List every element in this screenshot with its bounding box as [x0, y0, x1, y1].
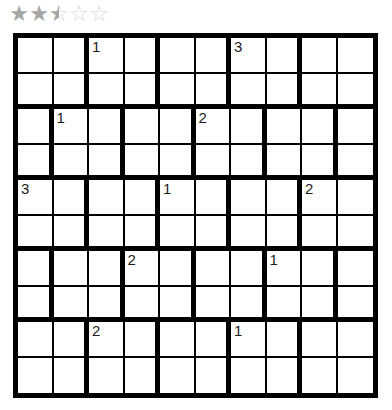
cell-r9c5[interactable] [160, 322, 196, 358]
cell-r10c5[interactable] [160, 358, 196, 394]
empty-star-icon: ☆ [89, 1, 109, 27]
cell-r9c6[interactable] [196, 322, 232, 358]
cell-r3c7[interactable] [231, 109, 267, 145]
cell-r7c9[interactable] [302, 251, 338, 287]
cell-r10c4[interactable] [125, 358, 161, 394]
cell-r1c2[interactable] [54, 38, 90, 74]
cell-r4c5[interactable] [160, 145, 196, 181]
cell-r9c10[interactable] [338, 322, 374, 358]
cell-r8c9[interactable] [302, 287, 338, 323]
cell-r9c3[interactable]: 2 [89, 322, 125, 358]
cell-r5c8[interactable] [267, 180, 303, 216]
cell-r5c5[interactable]: 1 [160, 180, 196, 216]
cell-r8c10[interactable] [338, 287, 374, 323]
cell-r8c1[interactable] [18, 287, 54, 323]
cell-r10c6[interactable] [196, 358, 232, 394]
cell-r9c9[interactable] [302, 322, 338, 358]
half-star-icon: ☆★ [49, 1, 69, 27]
cell-r10c8[interactable] [267, 358, 303, 394]
cell-r5c4[interactable] [125, 180, 161, 216]
cell-r5c1[interactable]: 3 [18, 180, 54, 216]
cell-r1c9[interactable] [302, 38, 338, 74]
cell-r2c10[interactable] [338, 74, 374, 110]
region-clue: 1 [270, 251, 278, 269]
cell-r6c9[interactable] [302, 216, 338, 252]
cell-r5c6[interactable] [196, 180, 232, 216]
cell-r5c3[interactable] [89, 180, 125, 216]
region-clue: 1 [163, 180, 171, 198]
cell-r10c2[interactable] [54, 358, 90, 394]
cell-r8c4[interactable] [125, 287, 161, 323]
cell-r4c2[interactable] [54, 145, 90, 181]
region-clue: 2 [92, 322, 100, 340]
cell-r2c7[interactable] [231, 74, 267, 110]
cell-r2c1[interactable] [18, 74, 54, 110]
filled-star-icon: ★ [9, 1, 29, 27]
cell-r3c4[interactable] [125, 109, 161, 145]
cell-r10c7[interactable] [231, 358, 267, 394]
cell-r3c8[interactable] [267, 109, 303, 145]
cell-r1c10[interactable] [338, 38, 374, 74]
cell-r5c2[interactable] [54, 180, 90, 216]
cell-r4c4[interactable] [125, 145, 161, 181]
difficulty-rating: ★★☆★☆☆ [9, 1, 109, 29]
cell-r2c4[interactable] [125, 74, 161, 110]
puzzle-grid: 13123122121 [13, 33, 378, 398]
cell-r3c9[interactable] [302, 109, 338, 145]
cell-r7c6[interactable] [196, 251, 232, 287]
cell-r1c6[interactable] [196, 38, 232, 74]
cell-r8c8[interactable] [267, 287, 303, 323]
cell-r9c8[interactable] [267, 322, 303, 358]
cell-r1c5[interactable] [160, 38, 196, 74]
cell-r1c7[interactable]: 3 [231, 38, 267, 74]
cell-r1c3[interactable]: 1 [89, 38, 125, 74]
cell-r4c9[interactable] [302, 145, 338, 181]
cell-r7c10[interactable] [338, 251, 374, 287]
cell-r2c3[interactable] [89, 74, 125, 110]
cell-r9c7[interactable]: 1 [231, 322, 267, 358]
cell-r7c5[interactable] [160, 251, 196, 287]
cell-r6c7[interactable] [231, 216, 267, 252]
cell-r10c1[interactable] [18, 358, 54, 394]
cell-r2c2[interactable] [54, 74, 90, 110]
cell-r3c10[interactable] [338, 109, 374, 145]
cell-r2c9[interactable] [302, 74, 338, 110]
cell-r4c6[interactable] [196, 145, 232, 181]
cell-r6c2[interactable] [54, 216, 90, 252]
cell-r5c9[interactable]: 2 [302, 180, 338, 216]
region-clue: 3 [234, 38, 242, 56]
cell-r8c3[interactable] [89, 287, 125, 323]
cell-r5c10[interactable] [338, 180, 374, 216]
cell-r7c7[interactable] [231, 251, 267, 287]
cell-r7c3[interactable] [89, 251, 125, 287]
cell-r4c10[interactable] [338, 145, 374, 181]
cell-r10c9[interactable] [302, 358, 338, 394]
region-clue: 2 [305, 180, 313, 198]
cell-r7c1[interactable] [18, 251, 54, 287]
cell-r1c4[interactable] [125, 38, 161, 74]
cell-r9c2[interactable] [54, 322, 90, 358]
region-clue: 1 [57, 109, 65, 127]
cell-r8c5[interactable] [160, 287, 196, 323]
cell-r8c2[interactable] [54, 287, 90, 323]
puzzle-page: ★★☆★☆☆ 13123122121 [0, 0, 392, 410]
cell-r3c1[interactable] [18, 109, 54, 145]
cell-r4c8[interactable] [267, 145, 303, 181]
cell-r6c6[interactable] [196, 216, 232, 252]
cell-r2c8[interactable] [267, 74, 303, 110]
cell-r5c7[interactable] [231, 180, 267, 216]
cell-r3c6[interactable]: 2 [196, 109, 232, 145]
cell-r1c8[interactable] [267, 38, 303, 74]
filled-star-icon: ★ [29, 1, 49, 27]
cell-r6c1[interactable] [18, 216, 54, 252]
cell-r3c2[interactable]: 1 [54, 109, 90, 145]
cell-r10c3[interactable] [89, 358, 125, 394]
cell-r7c8[interactable]: 1 [267, 251, 303, 287]
cell-r10c10[interactable] [338, 358, 374, 394]
cell-r1c1[interactable] [18, 38, 54, 74]
cell-r2c6[interactable] [196, 74, 232, 110]
region-clue: 1 [234, 322, 242, 340]
empty-star-icon: ☆ [69, 1, 89, 27]
cell-r6c10[interactable] [338, 216, 374, 252]
cell-r4c1[interactable] [18, 145, 54, 181]
region-clue: 3 [21, 180, 29, 198]
cell-r2c5[interactable] [160, 74, 196, 110]
cell-r6c8[interactable] [267, 216, 303, 252]
cell-r9c4[interactable] [125, 322, 161, 358]
region-clue: 2 [128, 251, 136, 269]
cell-r8c6[interactable] [196, 287, 232, 323]
cell-r6c3[interactable] [89, 216, 125, 252]
cell-r6c4[interactable] [125, 216, 161, 252]
cell-r3c3[interactable] [89, 109, 125, 145]
cell-r7c4[interactable]: 2 [125, 251, 161, 287]
cell-r9c1[interactable] [18, 322, 54, 358]
cell-r3c5[interactable] [160, 109, 196, 145]
region-clue: 2 [199, 109, 207, 127]
cell-r7c2[interactable] [54, 251, 90, 287]
cell-r8c7[interactable] [231, 287, 267, 323]
cell-r4c3[interactable] [89, 145, 125, 181]
cell-r6c5[interactable] [160, 216, 196, 252]
cell-r4c7[interactable] [231, 145, 267, 181]
region-clue: 1 [92, 38, 100, 56]
